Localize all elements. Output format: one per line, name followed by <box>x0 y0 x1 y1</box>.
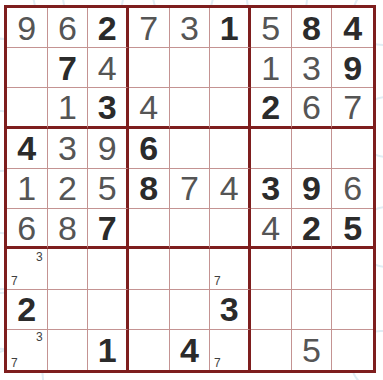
cell-r5c9[interactable]: 6 <box>332 169 373 209</box>
given-digit: 4 <box>17 131 36 165</box>
cell-r4c1[interactable]: 4 <box>7 129 48 169</box>
cell-r9c4[interactable] <box>129 330 170 370</box>
entered-digit: 4 <box>139 90 158 124</box>
cell-r4c3[interactable]: 9 <box>88 129 129 169</box>
cell-r5c7[interactable]: 3 <box>251 169 292 209</box>
cell-r7c4[interactable] <box>129 249 170 289</box>
entered-digit: 4 <box>220 171 239 205</box>
cell-r1c7[interactable]: 5 <box>251 8 292 48</box>
cell-r1c6[interactable]: 1 <box>210 8 251 48</box>
cell-r7c3[interactable] <box>88 249 129 289</box>
cell-r3c1[interactable] <box>7 88 48 128</box>
pencil-note: 7 <box>211 356 223 369</box>
cell-r4c7[interactable] <box>251 129 292 169</box>
entered-digit: 9 <box>98 131 117 165</box>
cell-r2c8[interactable]: 3 <box>292 48 333 88</box>
cell-r5c3[interactable]: 5 <box>88 169 129 209</box>
cell-r3c6[interactable] <box>210 88 251 128</box>
pencil-note: 3 <box>33 250 46 262</box>
cell-r1c5[interactable]: 3 <box>170 8 211 48</box>
cell-r6c4[interactable] <box>129 209 170 249</box>
cell-r1c9[interactable]: 4 <box>332 8 373 48</box>
cell-r1c2[interactable]: 6 <box>48 8 89 48</box>
cell-r9c6[interactable]: 7 <box>210 330 251 370</box>
cell-r6c9[interactable]: 5 <box>332 209 373 249</box>
entered-digit: 1 <box>58 90 77 124</box>
cell-r3c5[interactable] <box>170 88 211 128</box>
cell-r8c1[interactable]: 2 <box>7 290 48 330</box>
entered-digit: 6 <box>302 90 321 124</box>
entered-digit: 3 <box>180 11 199 45</box>
cell-r7c2[interactable] <box>48 249 89 289</box>
cell-r6c6[interactable] <box>210 209 251 249</box>
cell-r7c1[interactable]: 37 <box>7 249 48 289</box>
cell-r9c5[interactable]: 4 <box>170 330 211 370</box>
pencil-notes: 7 <box>211 331 247 369</box>
cell-r9c1[interactable]: 37 <box>7 330 48 370</box>
cell-r8c8[interactable] <box>292 290 333 330</box>
cell-r4c5[interactable] <box>170 129 211 169</box>
cell-r8c5[interactable] <box>170 290 211 330</box>
entered-digit: 3 <box>58 131 77 165</box>
given-digit: 2 <box>302 211 321 245</box>
pencil-notes: 37 <box>8 250 46 287</box>
cell-r5c4[interactable]: 8 <box>129 169 170 209</box>
entered-digit: 1 <box>17 171 36 205</box>
entered-digit: 4 <box>261 211 280 245</box>
given-digit: 8 <box>139 171 158 205</box>
entered-digit: 2 <box>58 171 77 205</box>
cell-r3c7[interactable]: 2 <box>251 88 292 128</box>
pencil-note: 7 <box>8 275 21 287</box>
cell-r2c4[interactable] <box>129 48 170 88</box>
given-digit: 1 <box>98 333 117 367</box>
pencil-note: 3 <box>33 331 46 344</box>
given-digit: 3 <box>261 171 280 205</box>
cell-r7c7[interactable] <box>251 249 292 289</box>
cell-r8c4[interactable] <box>129 290 170 330</box>
pencil-note: 7 <box>211 275 223 287</box>
cell-r3c9[interactable]: 7 <box>332 88 373 128</box>
cell-r1c3[interactable]: 2 <box>88 8 129 48</box>
given-digit: 7 <box>58 51 77 85</box>
cell-r4c8[interactable] <box>292 129 333 169</box>
given-digit: 5 <box>343 211 362 245</box>
cell-r5c6[interactable]: 4 <box>210 169 251 209</box>
given-digit: 9 <box>302 171 321 205</box>
cell-r6c7[interactable]: 4 <box>251 209 292 249</box>
cell-r8c2[interactable] <box>48 290 89 330</box>
cell-r2c6[interactable] <box>210 48 251 88</box>
entered-digit: 3 <box>302 51 321 85</box>
entered-digit: 6 <box>58 11 77 45</box>
given-digit: 8 <box>302 11 321 45</box>
entered-digit: 7 <box>139 11 158 45</box>
given-digit: 3 <box>220 292 239 326</box>
cell-r6c8[interactable]: 2 <box>292 209 333 249</box>
cell-r1c1[interactable]: 9 <box>7 8 48 48</box>
cell-r9c7[interactable] <box>251 330 292 370</box>
entered-digit: 7 <box>343 90 362 124</box>
cell-r2c9[interactable]: 9 <box>332 48 373 88</box>
pencil-notes: 7 <box>211 250 247 287</box>
entered-digit: 5 <box>98 171 117 205</box>
cell-r6c2[interactable]: 8 <box>48 209 89 249</box>
cell-r3c8[interactable]: 6 <box>292 88 333 128</box>
cell-r9c2[interactable] <box>48 330 89 370</box>
entered-digit: 1 <box>261 51 280 85</box>
cell-r1c4[interactable]: 7 <box>129 8 170 48</box>
cell-r3c3[interactable]: 3 <box>88 88 129 128</box>
cell-r6c1[interactable]: 6 <box>7 209 48 249</box>
cell-r4c6[interactable] <box>210 129 251 169</box>
cell-r2c7[interactable]: 1 <box>251 48 292 88</box>
given-digit: 1 <box>220 11 239 45</box>
cell-r3c4[interactable]: 4 <box>129 88 170 128</box>
pencil-note: 7 <box>8 356 21 369</box>
given-digit: 2 <box>17 292 36 326</box>
cell-r2c2[interactable]: 7 <box>48 48 89 88</box>
given-digit: 4 <box>343 11 362 45</box>
cell-r5c8[interactable]: 9 <box>292 169 333 209</box>
cell-r6c3[interactable]: 7 <box>88 209 129 249</box>
pencil-notes: 37 <box>8 331 46 369</box>
cell-r3c2[interactable]: 1 <box>48 88 89 128</box>
entered-digit: 4 <box>98 51 117 85</box>
cell-r8c6[interactable]: 3 <box>210 290 251 330</box>
given-digit: 2 <box>98 11 117 45</box>
cell-r8c7[interactable] <box>251 290 292 330</box>
cell-r4c9[interactable] <box>332 129 373 169</box>
cell-r8c3[interactable] <box>88 290 129 330</box>
cell-r5c5[interactable]: 7 <box>170 169 211 209</box>
cell-r5c1[interactable]: 1 <box>7 169 48 209</box>
cell-r9c8[interactable]: 5 <box>292 330 333 370</box>
cell-r9c3[interactable]: 1 <box>88 330 129 370</box>
cell-r5c2[interactable]: 2 <box>48 169 89 209</box>
entered-digit: 7 <box>180 171 199 205</box>
cell-r9c9[interactable] <box>332 330 373 370</box>
given-digit: 9 <box>343 51 362 85</box>
entered-digit: 6 <box>343 171 362 205</box>
given-digit: 7 <box>98 211 117 245</box>
given-digit: 3 <box>98 90 117 124</box>
given-digit: 2 <box>261 90 280 124</box>
cell-r7c9[interactable] <box>332 249 373 289</box>
entered-digit: 9 <box>17 11 36 45</box>
entered-digit: 5 <box>302 333 321 367</box>
cell-r7c5[interactable] <box>170 249 211 289</box>
cell-r4c4[interactable]: 6 <box>129 129 170 169</box>
app-background: 9627315847413913426743961258743966874253… <box>0 0 383 380</box>
cell-r2c5[interactable] <box>170 48 211 88</box>
entered-digit: 5 <box>261 11 280 45</box>
given-digit: 6 <box>139 131 158 165</box>
cell-r4c2[interactable]: 3 <box>48 129 89 169</box>
sudoku-board: 9627315847413913426743961258743966874253… <box>4 5 376 373</box>
cell-r7c6[interactable]: 7 <box>210 249 251 289</box>
cell-r1c8[interactable]: 8 <box>292 8 333 48</box>
given-digit: 4 <box>180 333 199 367</box>
entered-digit: 8 <box>58 211 77 245</box>
cell-r6c5[interactable] <box>170 209 211 249</box>
cell-r2c1[interactable] <box>7 48 48 88</box>
entered-digit: 6 <box>17 211 36 245</box>
cell-r8c9[interactable] <box>332 290 373 330</box>
cell-r7c8[interactable] <box>292 249 333 289</box>
cell-r2c3[interactable]: 4 <box>88 48 129 88</box>
